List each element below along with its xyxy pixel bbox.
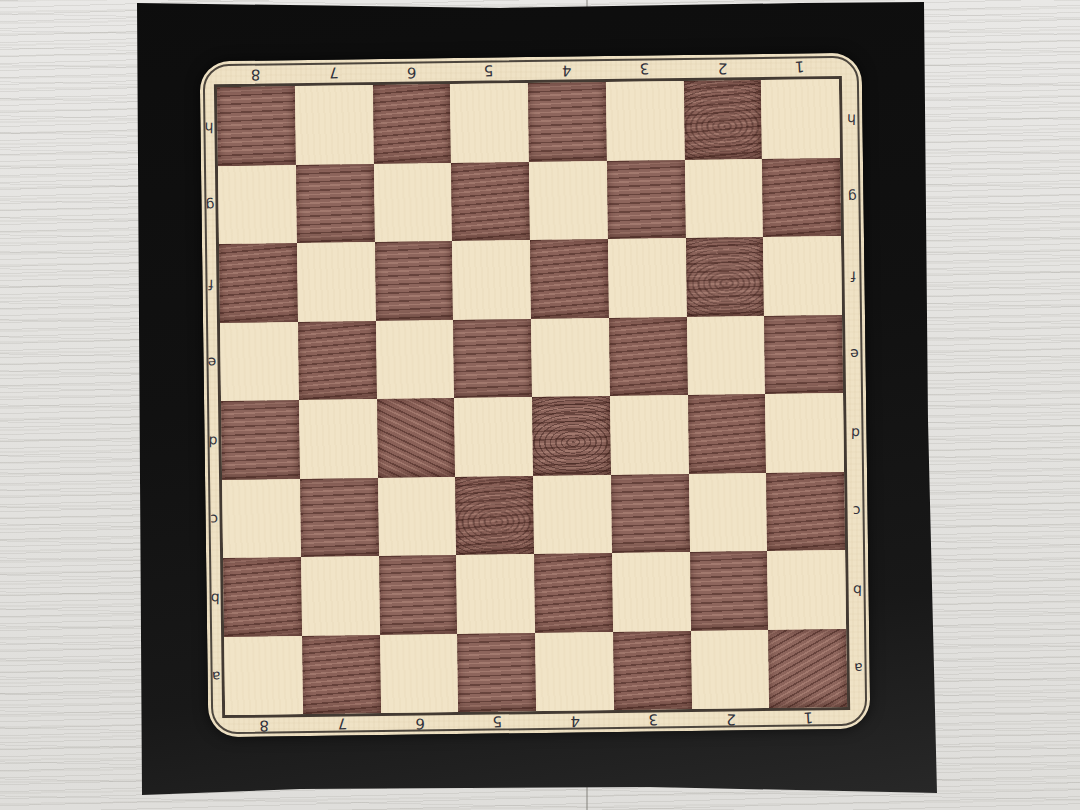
square-a5[interactable] xyxy=(457,633,536,713)
square-d8[interactable] xyxy=(221,400,300,480)
square-e4[interactable] xyxy=(531,318,610,398)
square-h3[interactable] xyxy=(606,81,685,161)
square-g5[interactable] xyxy=(451,162,530,242)
square-g6[interactable] xyxy=(373,163,452,243)
square-c8[interactable] xyxy=(222,479,301,559)
square-a1[interactable] xyxy=(768,628,847,708)
square-f4[interactable] xyxy=(530,239,609,319)
square-d5[interactable] xyxy=(454,397,533,477)
square-b3[interactable] xyxy=(612,552,691,632)
square-b2[interactable] xyxy=(690,551,769,631)
square-e3[interactable] xyxy=(609,317,688,397)
square-h1[interactable] xyxy=(761,79,840,159)
square-d4[interactable] xyxy=(532,396,611,476)
square-c7[interactable] xyxy=(300,478,379,558)
square-e8[interactable] xyxy=(220,322,299,402)
coord-label-right-d: d xyxy=(846,394,866,473)
square-c4[interactable] xyxy=(533,475,612,555)
square-d1[interactable] xyxy=(765,393,844,473)
square-h2[interactable] xyxy=(683,80,762,160)
square-b6[interactable] xyxy=(379,555,458,635)
square-g4[interactable] xyxy=(529,161,608,241)
square-b5[interactable] xyxy=(456,554,535,634)
square-f1[interactable] xyxy=(763,236,842,316)
square-a8[interactable] xyxy=(224,636,303,716)
square-h8[interactable] xyxy=(217,86,296,166)
square-a7[interactable] xyxy=(302,635,381,715)
square-d2[interactable] xyxy=(688,394,767,474)
square-c1[interactable] xyxy=(766,471,845,551)
square-c6[interactable] xyxy=(378,477,457,557)
square-e1[interactable] xyxy=(764,314,843,394)
square-g1[interactable] xyxy=(762,157,841,237)
square-f8[interactable] xyxy=(219,243,298,323)
coord-label-right-g: g xyxy=(841,157,863,236)
coord-label-right-f: f xyxy=(844,237,864,316)
square-c5[interactable] xyxy=(455,476,534,556)
board-grid xyxy=(214,76,850,718)
coord-label-right-h: h xyxy=(842,80,862,159)
scene: 87654321 87654321 hgfedcba hgfedcba xyxy=(0,0,1080,810)
square-e7[interactable] xyxy=(298,321,377,401)
square-f2[interactable] xyxy=(685,237,764,317)
chessboard: 87654321 87654321 hgfedcba hgfedcba xyxy=(200,53,871,738)
square-d3[interactable] xyxy=(610,395,689,475)
coord-label-right-c: c xyxy=(845,471,867,550)
square-d6[interactable] xyxy=(377,398,456,478)
square-h4[interactable] xyxy=(528,82,607,162)
square-f5[interactable] xyxy=(452,240,531,320)
coord-label-right-b: b xyxy=(848,551,868,630)
square-f6[interactable] xyxy=(374,241,453,321)
square-e2[interactable] xyxy=(686,315,765,395)
square-e6[interactable] xyxy=(376,320,455,400)
square-h6[interactable] xyxy=(372,84,451,164)
square-a6[interactable] xyxy=(380,634,459,714)
square-c3[interactable] xyxy=(611,473,690,553)
square-e5[interactable] xyxy=(453,319,532,399)
square-g3[interactable] xyxy=(607,160,686,240)
square-g8[interactable] xyxy=(218,165,297,245)
square-g2[interactable] xyxy=(684,159,763,239)
square-f7[interactable] xyxy=(297,242,376,322)
square-h7[interactable] xyxy=(295,85,374,165)
square-c2[interactable] xyxy=(689,472,768,552)
coord-label-right-e: e xyxy=(843,314,865,393)
square-b8[interactable] xyxy=(223,557,302,637)
square-b7[interactable] xyxy=(301,556,380,636)
coord-label-right-a: a xyxy=(847,628,869,707)
square-g7[interactable] xyxy=(296,164,375,244)
square-d7[interactable] xyxy=(299,399,378,479)
square-a2[interactable] xyxy=(691,629,770,709)
square-f3[interactable] xyxy=(608,238,687,318)
square-a3[interactable] xyxy=(613,630,692,710)
square-a4[interactable] xyxy=(535,632,614,712)
square-b4[interactable] xyxy=(534,553,613,633)
square-h5[interactable] xyxy=(450,83,529,163)
square-b1[interactable] xyxy=(767,550,846,630)
